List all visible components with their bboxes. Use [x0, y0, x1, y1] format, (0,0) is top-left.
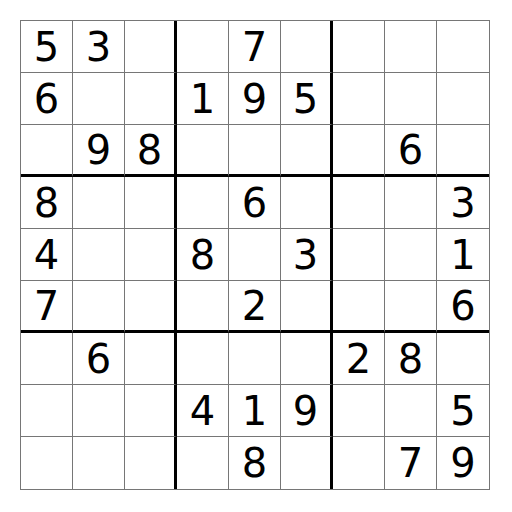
cell-r8c5: 1 [229, 385, 281, 437]
cell-r8c4: 4 [177, 385, 229, 437]
cell-r1c3[interactable] [125, 21, 177, 73]
cell-r9c3[interactable] [125, 437, 177, 489]
cell-r5c9: 1 [437, 229, 489, 281]
cell-r5c8[interactable] [385, 229, 437, 281]
cell-r1c4[interactable] [177, 21, 229, 73]
cell-r8c7[interactable] [333, 385, 385, 437]
cell-r4c1: 8 [21, 177, 73, 229]
cell-r2c2[interactable] [73, 73, 125, 125]
cell-r1c9[interactable] [437, 21, 489, 73]
cell-r8c6: 9 [281, 385, 333, 437]
cell-r4c4[interactable] [177, 177, 229, 229]
cell-r1c5: 7 [229, 21, 281, 73]
cell-r5c1: 4 [21, 229, 73, 281]
cell-r9c5: 8 [229, 437, 281, 489]
cell-r4c8[interactable] [385, 177, 437, 229]
cell-r2c7[interactable] [333, 73, 385, 125]
cell-r7c1[interactable] [21, 333, 73, 385]
cell-r3c7[interactable] [333, 125, 385, 177]
cell-r5c2[interactable] [73, 229, 125, 281]
cell-r9c7[interactable] [333, 437, 385, 489]
cell-r1c2: 3 [73, 21, 125, 73]
cell-r3c2: 9 [73, 125, 125, 177]
cell-r6c8[interactable] [385, 281, 437, 333]
cell-r6c1: 7 [21, 281, 73, 333]
cell-r9c6[interactable] [281, 437, 333, 489]
cell-r4c2[interactable] [73, 177, 125, 229]
cell-r5c7[interactable] [333, 229, 385, 281]
cell-r6c6[interactable] [281, 281, 333, 333]
cell-r3c4[interactable] [177, 125, 229, 177]
cell-r9c2[interactable] [73, 437, 125, 489]
cell-r1c8[interactable] [385, 21, 437, 73]
cell-r3c1[interactable] [21, 125, 73, 177]
cell-r5c5[interactable] [229, 229, 281, 281]
cell-r7c4[interactable] [177, 333, 229, 385]
cell-r1c7[interactable] [333, 21, 385, 73]
cell-r2c3[interactable] [125, 73, 177, 125]
cell-r9c8: 7 [385, 437, 437, 489]
cell-r4c5: 6 [229, 177, 281, 229]
cell-r2c8[interactable] [385, 73, 437, 125]
cell-r7c9[interactable] [437, 333, 489, 385]
cell-r8c8[interactable] [385, 385, 437, 437]
cell-r6c9: 6 [437, 281, 489, 333]
cell-r9c9: 9 [437, 437, 489, 489]
cell-r7c2: 6 [73, 333, 125, 385]
cell-r2c6: 5 [281, 73, 333, 125]
cell-r9c4[interactable] [177, 437, 229, 489]
cell-r7c5[interactable] [229, 333, 281, 385]
cell-r9c1[interactable] [21, 437, 73, 489]
cell-r6c3[interactable] [125, 281, 177, 333]
cell-r7c8: 8 [385, 333, 437, 385]
cell-r6c7[interactable] [333, 281, 385, 333]
cell-r4c3[interactable] [125, 177, 177, 229]
cell-r3c3: 8 [125, 125, 177, 177]
cell-r6c4[interactable] [177, 281, 229, 333]
cell-r3c9[interactable] [437, 125, 489, 177]
cell-r8c9: 5 [437, 385, 489, 437]
cell-r3c5[interactable] [229, 125, 281, 177]
cell-r6c5: 2 [229, 281, 281, 333]
cell-r6c2[interactable] [73, 281, 125, 333]
cell-r2c1: 6 [21, 73, 73, 125]
sudoku-board: 537619598686348317266284195879 [20, 20, 490, 490]
cell-r8c3[interactable] [125, 385, 177, 437]
cell-r4c6[interactable] [281, 177, 333, 229]
cell-r8c1[interactable] [21, 385, 73, 437]
cell-r8c2[interactable] [73, 385, 125, 437]
cell-r5c3[interactable] [125, 229, 177, 281]
cell-r7c3[interactable] [125, 333, 177, 385]
cell-r5c6: 3 [281, 229, 333, 281]
cell-r7c6[interactable] [281, 333, 333, 385]
cell-r3c8: 6 [385, 125, 437, 177]
cell-r5c4: 8 [177, 229, 229, 281]
cell-r4c9: 3 [437, 177, 489, 229]
cell-r1c6[interactable] [281, 21, 333, 73]
cell-r7c7: 2 [333, 333, 385, 385]
cell-r2c9[interactable] [437, 73, 489, 125]
cell-r2c5: 9 [229, 73, 281, 125]
cell-r4c7[interactable] [333, 177, 385, 229]
cell-r2c4: 1 [177, 73, 229, 125]
cell-r3c6[interactable] [281, 125, 333, 177]
cell-r1c1: 5 [21, 21, 73, 73]
